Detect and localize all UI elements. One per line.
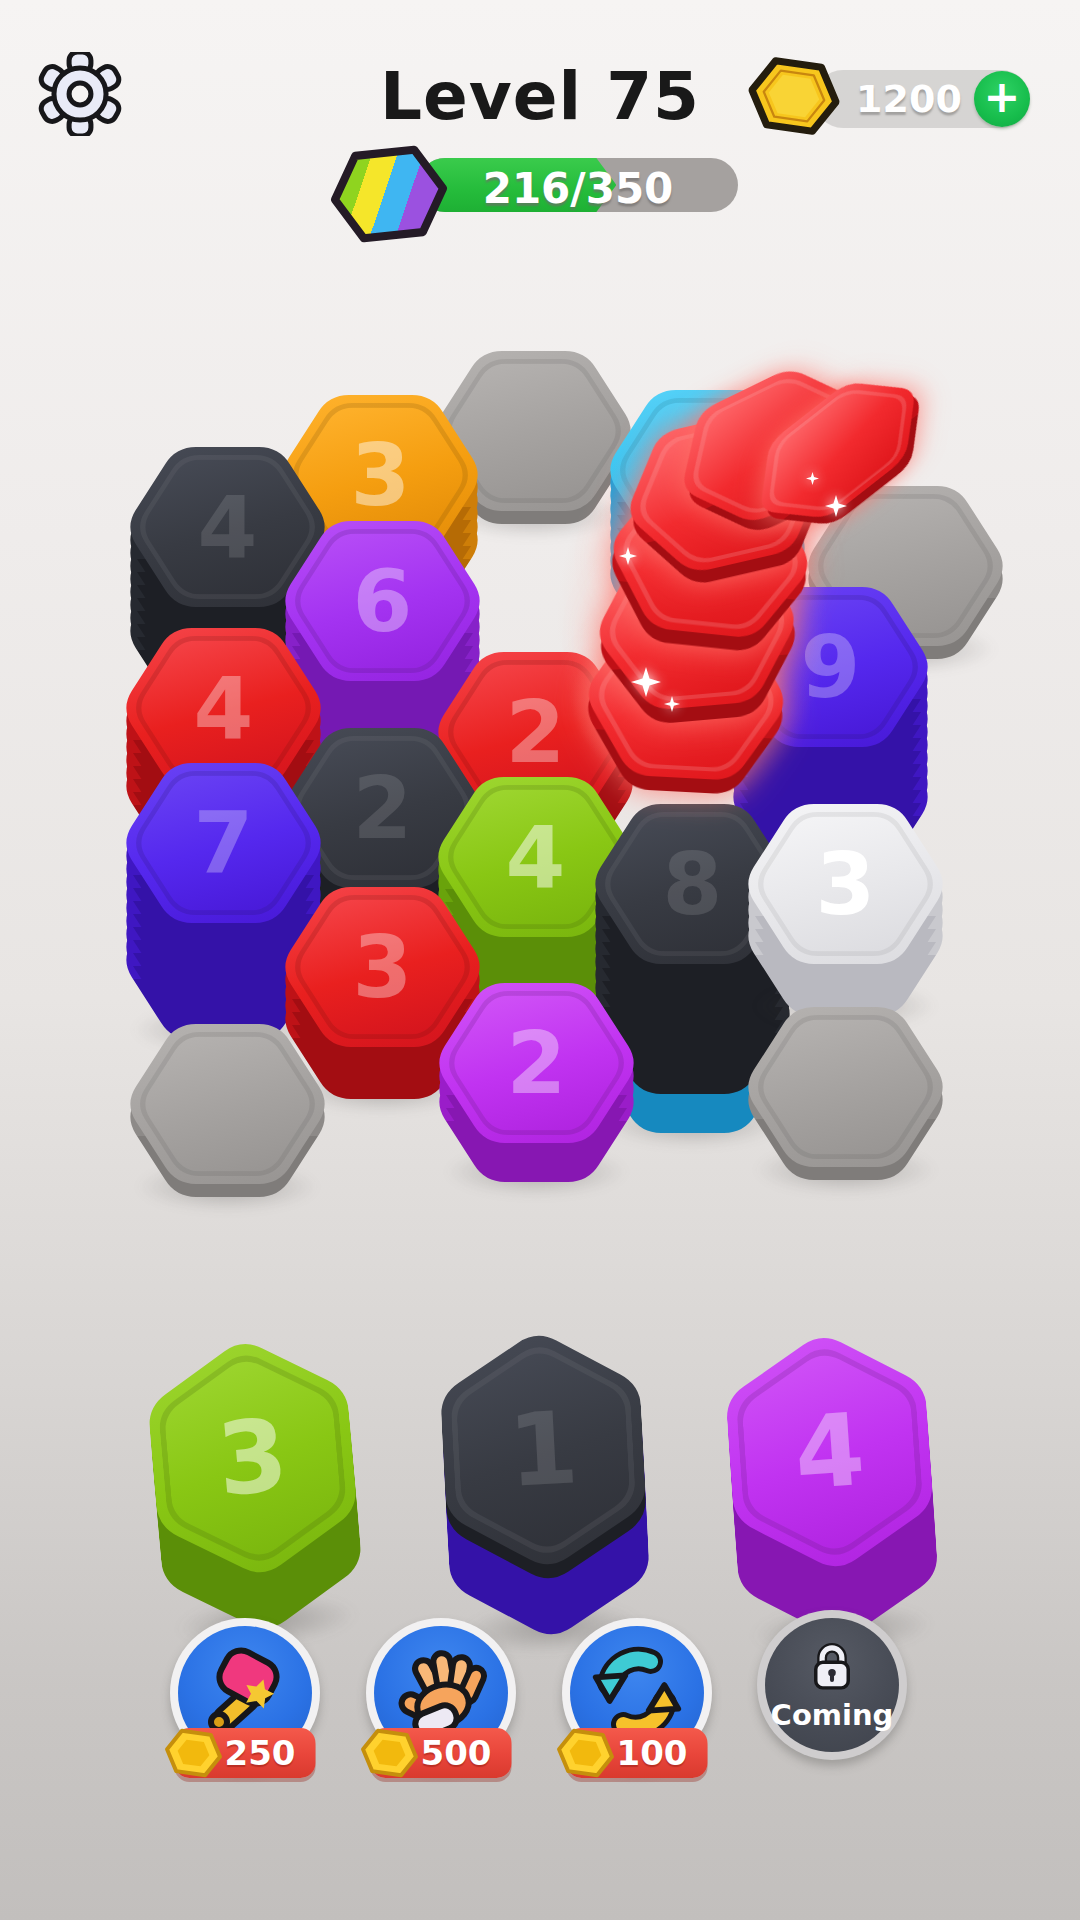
tile-count-label: 3 [148, 1396, 357, 1521]
powerup-cost: 100 [617, 1733, 688, 1773]
coin-counter: 1200 + [748, 64, 1048, 136]
powerup-hand-button[interactable]: 500 [366, 1618, 516, 1818]
tile-count-label: 3 [743, 838, 948, 930]
add-coins-button[interactable]: + [974, 71, 1030, 127]
powerup-cost-badge: 100 [567, 1728, 708, 1778]
tile-count-label: 7 [121, 797, 326, 889]
tray-stack-green-3[interactable]: 3 [142, 1330, 367, 1642]
sparkle-icon [664, 696, 680, 712]
rainbow-hexagon-icon [325, 136, 453, 252]
powerup-hammer-button[interactable]: 250 [170, 1618, 320, 1818]
powerup-swap-button[interactable]: 100 [562, 1618, 712, 1818]
cell-magenta-2[interactable]: 2 [434, 983, 639, 1182]
sparkle-icon [619, 547, 637, 565]
tile-count-label: 2 [434, 1017, 639, 1109]
settings-button[interactable] [38, 52, 122, 136]
powerup-cost: 250 [225, 1733, 296, 1773]
coin-icon [553, 1725, 617, 1781]
level-progress: 216/350 [330, 148, 750, 228]
cell-white-3[interactable]: 3 [743, 804, 948, 1016]
progress-text: 216/350 [418, 164, 738, 213]
tray-stack-black-1[interactable]: 1 [437, 1325, 653, 1645]
powerup-cost-badge: 500 [371, 1728, 512, 1778]
coin-amount: 1200 [844, 77, 974, 121]
gold-hex-coin-icon [743, 50, 845, 142]
tray-stack-magenta-4[interactable]: 4 [721, 1325, 942, 1648]
gear-icon [38, 52, 122, 136]
powerup-cost-badge: 250 [175, 1728, 316, 1778]
plus-icon: + [984, 71, 1021, 122]
cell-gray-bottom-left [125, 1024, 330, 1197]
sparkle-icon [806, 472, 819, 485]
coming-soon-label: Coming [771, 1698, 894, 1732]
tile-count-label: 4 [726, 1391, 933, 1513]
powerup-circle-locked: Coming [765, 1618, 899, 1752]
sparkle-icon [825, 495, 847, 517]
tile-count-label: 1 [440, 1391, 645, 1509]
lock-icon [800, 1638, 864, 1696]
sparkle-icon [631, 667, 661, 697]
coin-icon [161, 1725, 225, 1781]
cell-gray-bottom-right [743, 1007, 948, 1180]
powerup-cost: 500 [421, 1733, 492, 1773]
coin-icon [357, 1725, 421, 1781]
powerup-coming-soon-button: Coming [757, 1610, 907, 1810]
